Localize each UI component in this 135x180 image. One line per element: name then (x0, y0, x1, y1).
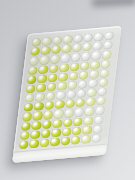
well (103, 41, 113, 50)
well (72, 43, 82, 52)
well (61, 44, 71, 53)
well (81, 135, 91, 144)
well (26, 84, 36, 93)
well (36, 83, 46, 92)
well (30, 47, 40, 56)
well-grid (19, 31, 114, 149)
well (46, 83, 56, 92)
well (52, 119, 62, 128)
well (88, 79, 98, 88)
well (55, 91, 65, 100)
well (87, 88, 97, 97)
well (68, 71, 78, 80)
well (22, 112, 32, 121)
well (61, 127, 71, 136)
well (38, 65, 48, 74)
well (73, 117, 83, 126)
well (95, 106, 105, 115)
well (93, 32, 103, 41)
well (39, 138, 49, 147)
well (66, 90, 76, 99)
well (92, 124, 102, 133)
well (20, 131, 30, 140)
well (91, 134, 101, 143)
well (96, 97, 106, 106)
well (74, 108, 84, 117)
well (101, 50, 111, 59)
well (43, 110, 53, 119)
well (78, 70, 88, 79)
well (19, 140, 29, 149)
well (75, 98, 85, 107)
well (44, 101, 54, 110)
well (62, 118, 72, 127)
well (53, 110, 63, 119)
well (65, 99, 75, 108)
well (60, 54, 70, 63)
well (90, 60, 100, 69)
well (54, 100, 64, 109)
well (29, 139, 39, 148)
well (57, 82, 67, 91)
well (99, 69, 109, 78)
well (89, 70, 99, 79)
well (28, 66, 38, 75)
well (34, 102, 44, 111)
well (50, 55, 60, 64)
well (70, 53, 80, 62)
well (51, 128, 61, 137)
well (27, 75, 37, 84)
microplate (12, 26, 121, 163)
well (58, 72, 68, 81)
well (60, 137, 70, 146)
well (47, 73, 57, 82)
well (42, 120, 52, 129)
well (82, 43, 92, 52)
well (50, 137, 60, 146)
well (29, 56, 39, 65)
well (104, 31, 114, 40)
well (70, 136, 80, 145)
well (92, 42, 102, 51)
well (23, 103, 33, 112)
well (93, 115, 103, 124)
well (83, 33, 93, 42)
well (49, 64, 59, 73)
well (21, 122, 31, 131)
well (72, 126, 82, 135)
well (52, 36, 62, 45)
well (31, 121, 41, 130)
well (84, 107, 94, 116)
well (39, 56, 49, 65)
well (51, 45, 61, 54)
well (41, 46, 51, 55)
well (100, 59, 110, 68)
well (67, 81, 77, 90)
benchtop-photo (0, 0, 135, 180)
well (59, 63, 69, 72)
well (91, 51, 101, 60)
well (69, 62, 79, 71)
well (24, 94, 34, 103)
well (30, 130, 40, 139)
well (31, 38, 41, 47)
well (85, 97, 95, 106)
well (82, 125, 92, 134)
well (64, 109, 74, 118)
well (98, 78, 108, 87)
well (77, 80, 87, 89)
well (80, 61, 90, 70)
well (33, 111, 43, 120)
well (76, 89, 86, 98)
background-object-edge (92, 0, 135, 7)
well (73, 34, 83, 43)
well (37, 74, 47, 83)
well (45, 92, 55, 101)
well (83, 116, 93, 125)
well (81, 52, 91, 61)
well (97, 87, 107, 96)
well (62, 35, 72, 44)
well (41, 129, 51, 138)
well (42, 37, 52, 46)
well (35, 93, 45, 102)
